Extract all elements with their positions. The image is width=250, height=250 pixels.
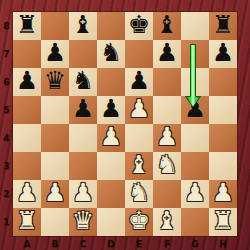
square-d8[interactable]	[97, 12, 125, 40]
square-h2[interactable]: ♟	[209, 180, 237, 208]
square-a1[interactable]: ♜	[13, 208, 41, 236]
square-h5[interactable]	[209, 96, 237, 124]
piece-white-pawn: ♟	[72, 179, 94, 207]
square-f2[interactable]	[153, 180, 181, 208]
file-label-g: G	[181, 237, 209, 250]
square-d6[interactable]	[97, 68, 125, 96]
rank-label-5: 5	[0, 96, 13, 124]
piece-white-pawn: ♟	[212, 179, 234, 207]
square-d1[interactable]	[97, 208, 125, 236]
chess-board: ♜♝♚♝♜♟♞♟♟♟♛♞♟♟♟♟♟♟♟♝♞♟♟♟♞♟♟♜♛♚♝♜	[13, 12, 237, 236]
square-h8[interactable]: ♜	[209, 12, 237, 40]
piece-black-rook: ♜	[16, 11, 38, 39]
square-e5[interactable]: ♟	[125, 96, 153, 124]
piece-white-bishop: ♝	[156, 207, 178, 235]
square-g5[interactable]: ♟	[181, 96, 209, 124]
square-c2[interactable]: ♟	[69, 180, 97, 208]
piece-white-pawn: ♟	[16, 179, 38, 207]
square-e4[interactable]	[125, 124, 153, 152]
square-e2[interactable]: ♞	[125, 180, 153, 208]
square-h4[interactable]	[209, 124, 237, 152]
piece-white-pawn: ♟	[128, 95, 150, 123]
square-d3[interactable]	[97, 152, 125, 180]
rank-label-2: 2	[0, 180, 13, 208]
square-f1[interactable]: ♝	[153, 208, 181, 236]
square-h3[interactable]	[209, 152, 237, 180]
piece-white-king: ♚	[128, 207, 150, 235]
file-label-e: E	[125, 237, 153, 250]
square-g7[interactable]	[181, 40, 209, 68]
piece-black-pawn: ♟	[212, 39, 234, 67]
piece-black-bishop: ♝	[72, 11, 94, 39]
piece-black-pawn: ♟	[128, 67, 150, 95]
piece-white-rook: ♜	[16, 207, 38, 235]
piece-white-rook: ♜	[212, 207, 234, 235]
square-g3[interactable]	[181, 152, 209, 180]
square-d4[interactable]: ♟	[97, 124, 125, 152]
rank-label-4: 4	[0, 124, 13, 152]
rank-label-6: 6	[0, 68, 13, 96]
piece-black-queen: ♛	[44, 67, 66, 95]
file-label-a: A	[13, 237, 41, 250]
square-a4[interactable]	[13, 124, 41, 152]
chessboard-window: ♜♝♚♝♜♟♞♟♟♟♛♞♟♟♟♟♟♟♟♝♞♟♟♟♞♟♟♜♛♚♝♜ 8765432…	[0, 0, 250, 250]
piece-white-knight: ♞	[156, 151, 178, 179]
square-c6[interactable]: ♞	[69, 68, 97, 96]
square-g1[interactable]	[181, 208, 209, 236]
square-g2[interactable]: ♟	[181, 180, 209, 208]
square-b2[interactable]: ♟	[41, 180, 69, 208]
piece-white-pawn: ♟	[44, 179, 66, 207]
square-d2[interactable]	[97, 180, 125, 208]
square-f3[interactable]: ♞	[153, 152, 181, 180]
square-f8[interactable]: ♝	[153, 12, 181, 40]
piece-black-knight: ♞	[100, 39, 122, 67]
square-d5[interactable]: ♟	[97, 96, 125, 124]
piece-black-pawn: ♟	[156, 39, 178, 67]
square-g8[interactable]	[181, 12, 209, 40]
piece-black-bishop: ♝	[156, 11, 178, 39]
piece-black-king: ♚	[128, 11, 150, 39]
square-e7[interactable]	[125, 40, 153, 68]
square-b5[interactable]	[41, 96, 69, 124]
square-b3[interactable]	[41, 152, 69, 180]
square-f6[interactable]	[153, 68, 181, 96]
square-c4[interactable]	[69, 124, 97, 152]
square-g6[interactable]	[181, 68, 209, 96]
piece-black-knight: ♞	[72, 67, 94, 95]
file-label-h: H	[209, 237, 237, 250]
square-a8[interactable]: ♜	[13, 12, 41, 40]
piece-black-pawn: ♟	[44, 39, 66, 67]
square-b8[interactable]	[41, 12, 69, 40]
file-label-c: C	[69, 237, 97, 250]
square-c3[interactable]	[69, 152, 97, 180]
piece-white-bishop: ♝	[128, 151, 150, 179]
square-e6[interactable]: ♟	[125, 68, 153, 96]
square-b6[interactable]: ♛	[41, 68, 69, 96]
square-a3[interactable]	[13, 152, 41, 180]
square-g4[interactable]	[181, 124, 209, 152]
square-a5[interactable]	[13, 96, 41, 124]
piece-black-pawn: ♟	[184, 95, 206, 123]
file-label-f: F	[153, 237, 181, 250]
rank-label-3: 3	[0, 152, 13, 180]
square-e3[interactable]: ♝	[125, 152, 153, 180]
square-a6[interactable]: ♟	[13, 68, 41, 96]
square-b4[interactable]	[41, 124, 69, 152]
square-b7[interactable]: ♟	[41, 40, 69, 68]
square-b1[interactable]	[41, 208, 69, 236]
square-d7[interactable]: ♞	[97, 40, 125, 68]
piece-white-knight: ♞	[128, 179, 150, 207]
square-h7[interactable]: ♟	[209, 40, 237, 68]
file-label-d: D	[97, 237, 125, 250]
square-c1[interactable]: ♛	[69, 208, 97, 236]
piece-black-pawn: ♟	[100, 95, 122, 123]
piece-white-pawn: ♟	[184, 179, 206, 207]
square-f4[interactable]: ♟	[153, 124, 181, 152]
piece-black-pawn: ♟	[16, 67, 38, 95]
square-h6[interactable]	[209, 68, 237, 96]
piece-black-rook: ♜	[212, 11, 234, 39]
file-coordinates: ABCDEFGH	[13, 237, 237, 250]
rank-label-8: 8	[0, 12, 13, 40]
square-h1[interactable]: ♜	[209, 208, 237, 236]
piece-black-pawn: ♟	[72, 95, 94, 123]
square-c5[interactable]: ♟	[69, 96, 97, 124]
square-e1[interactable]: ♚	[125, 208, 153, 236]
rank-label-7: 7	[0, 40, 13, 68]
file-label-b: B	[41, 237, 69, 250]
square-c8[interactable]: ♝	[69, 12, 97, 40]
piece-white-queen: ♛	[72, 207, 94, 235]
piece-white-pawn: ♟	[100, 123, 122, 151]
rank-coordinates: 87654321	[0, 12, 13, 236]
square-a7[interactable]	[13, 40, 41, 68]
rank-label-1: 1	[0, 208, 13, 236]
square-c7[interactable]	[69, 40, 97, 68]
square-f7[interactable]: ♟	[153, 40, 181, 68]
square-f5[interactable]	[153, 96, 181, 124]
square-e8[interactable]: ♚	[125, 12, 153, 40]
square-a2[interactable]: ♟	[13, 180, 41, 208]
piece-white-pawn: ♟	[156, 123, 178, 151]
